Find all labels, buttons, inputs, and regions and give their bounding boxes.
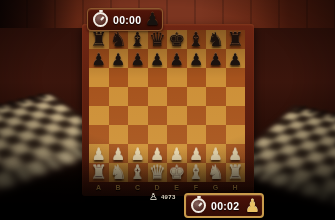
square-b3[interactable]: [109, 125, 129, 144]
file-label-b: B: [109, 184, 129, 191]
square-a4[interactable]: [89, 106, 109, 125]
file-label-d: D: [148, 184, 168, 191]
black-timer-value: 00:00: [113, 14, 141, 26]
square-a5[interactable]: [89, 87, 109, 106]
square-g8[interactable]: ♞: [206, 30, 226, 49]
square-g5[interactable]: [206, 87, 226, 106]
square-f8[interactable]: ♝: [187, 30, 207, 49]
square-f6[interactable]: [187, 68, 207, 87]
square-h4[interactable]: [226, 106, 246, 125]
stopwatch-icon: [93, 12, 108, 27]
square-d6[interactable]: [148, 68, 168, 87]
white-pawn-icon: ♟: [245, 198, 260, 215]
square-g3[interactable]: [206, 125, 226, 144]
square-c4[interactable]: [128, 106, 148, 125]
white-knight-g1[interactable]: ♞: [207, 163, 224, 182]
white-bishop-c1[interactable]: ♝: [129, 163, 146, 182]
white-rook-h1[interactable]: ♜: [227, 163, 244, 182]
square-f3[interactable]: [187, 125, 207, 144]
square-e7[interactable]: ♟: [167, 49, 187, 68]
square-g6[interactable]: [206, 68, 226, 87]
black-pawn-e7[interactable]: ♟: [170, 52, 184, 68]
square-e5[interactable]: [167, 87, 187, 106]
square-c5[interactable]: [128, 87, 148, 106]
file-label-g: G: [206, 184, 226, 191]
square-d3[interactable]: [148, 125, 168, 144]
badge-value: 4973: [161, 194, 176, 200]
white-knight-b1[interactable]: ♞: [110, 163, 127, 182]
white-timer: 00:02 ♟: [184, 193, 264, 218]
square-d1[interactable]: ♛: [148, 163, 168, 182]
square-f5[interactable]: [187, 87, 207, 106]
square-c8[interactable]: ♝: [128, 30, 148, 49]
board-squares[interactable]: ♜♞♝♛♚♝♞♜♟♟♟♟♟♟♟♟♟♟♟♟♟♟♟♟♜♞♝♛♚♝♞♜: [89, 30, 245, 182]
black-queen-d8[interactable]: ♛: [149, 30, 166, 49]
black-pawn-f7[interactable]: ♟: [189, 52, 203, 68]
square-b8[interactable]: ♞: [109, 30, 129, 49]
black-king-e8[interactable]: ♚: [168, 30, 185, 49]
square-f7[interactable]: ♟: [187, 49, 207, 68]
square-e4[interactable]: [167, 106, 187, 125]
black-pawn-icon: ♟: [145, 11, 160, 28]
square-d8[interactable]: ♛: [148, 30, 168, 49]
black-rook-h8[interactable]: ♜: [227, 30, 244, 49]
square-c3[interactable]: [128, 125, 148, 144]
black-knight-b8[interactable]: ♞: [110, 30, 127, 49]
square-a1[interactable]: ♜: [89, 163, 109, 182]
square-b6[interactable]: [109, 68, 129, 87]
square-d4[interactable]: [148, 106, 168, 125]
square-f4[interactable]: [187, 106, 207, 125]
file-label-a: A: [89, 184, 109, 191]
file-label-c: C: [128, 184, 148, 191]
square-g1[interactable]: ♞: [206, 163, 226, 182]
square-d7[interactable]: ♟: [148, 49, 168, 68]
square-f1[interactable]: ♝: [187, 163, 207, 182]
square-h5[interactable]: [226, 87, 246, 106]
square-c1[interactable]: ♝: [128, 163, 148, 182]
square-g4[interactable]: [206, 106, 226, 125]
black-timer: 00:00 ♟: [87, 8, 163, 31]
square-h8[interactable]: ♜: [226, 30, 246, 49]
square-b1[interactable]: ♞: [109, 163, 129, 182]
square-h7[interactable]: ♟: [226, 49, 246, 68]
black-rook-a8[interactable]: ♜: [90, 30, 107, 49]
black-pawn-c7[interactable]: ♟: [131, 52, 145, 68]
square-h1[interactable]: ♜: [226, 163, 246, 182]
square-e6[interactable]: [167, 68, 187, 87]
white-rook-a1[interactable]: ♜: [90, 163, 107, 182]
black-pawn-d7[interactable]: ♟: [150, 52, 164, 68]
black-pawn-h7[interactable]: ♟: [228, 52, 242, 68]
pawn-outline-icon: ♙: [149, 192, 158, 202]
white-queen-d1[interactable]: ♛: [149, 163, 166, 182]
file-label-h: H: [226, 184, 246, 191]
square-a8[interactable]: ♜: [89, 30, 109, 49]
black-bishop-f8[interactable]: ♝: [188, 30, 205, 49]
square-h6[interactable]: [226, 68, 246, 87]
square-d5[interactable]: [148, 87, 168, 106]
stopwatch-icon: [191, 198, 206, 213]
black-pawn-a7[interactable]: ♟: [92, 52, 106, 68]
file-labels: ABCDEFGH: [89, 184, 245, 191]
black-pawn-b7[interactable]: ♟: [111, 52, 125, 68]
square-e1[interactable]: ♚: [167, 163, 187, 182]
square-a6[interactable]: [89, 68, 109, 87]
square-b5[interactable]: [109, 87, 129, 106]
square-a3[interactable]: [89, 125, 109, 144]
chess-game-scene: ♜♞♝♛♚♝♞♜♟♟♟♟♟♟♟♟♟♟♟♟♟♟♟♟♜♞♝♛♚♝♞♜ ABCDEFG…: [0, 0, 335, 220]
square-a7[interactable]: ♟: [89, 49, 109, 68]
white-king-e1[interactable]: ♚: [168, 163, 185, 182]
file-label-f: F: [187, 184, 207, 191]
square-c7[interactable]: ♟: [128, 49, 148, 68]
square-b7[interactable]: ♟: [109, 49, 129, 68]
square-h3[interactable]: [226, 125, 246, 144]
black-pawn-g7[interactable]: ♟: [209, 52, 223, 68]
square-e3[interactable]: [167, 125, 187, 144]
square-c6[interactable]: [128, 68, 148, 87]
black-bishop-c8[interactable]: ♝: [129, 30, 146, 49]
square-e8[interactable]: ♚: [167, 30, 187, 49]
square-g7[interactable]: ♟: [206, 49, 226, 68]
white-bishop-f1[interactable]: ♝: [188, 163, 205, 182]
black-knight-g8[interactable]: ♞: [207, 30, 224, 49]
game-badge: ♙ 4973: [149, 192, 176, 202]
white-timer-value: 00:02: [211, 200, 239, 212]
file-label-e: E: [167, 184, 187, 191]
square-b4[interactable]: [109, 106, 129, 125]
